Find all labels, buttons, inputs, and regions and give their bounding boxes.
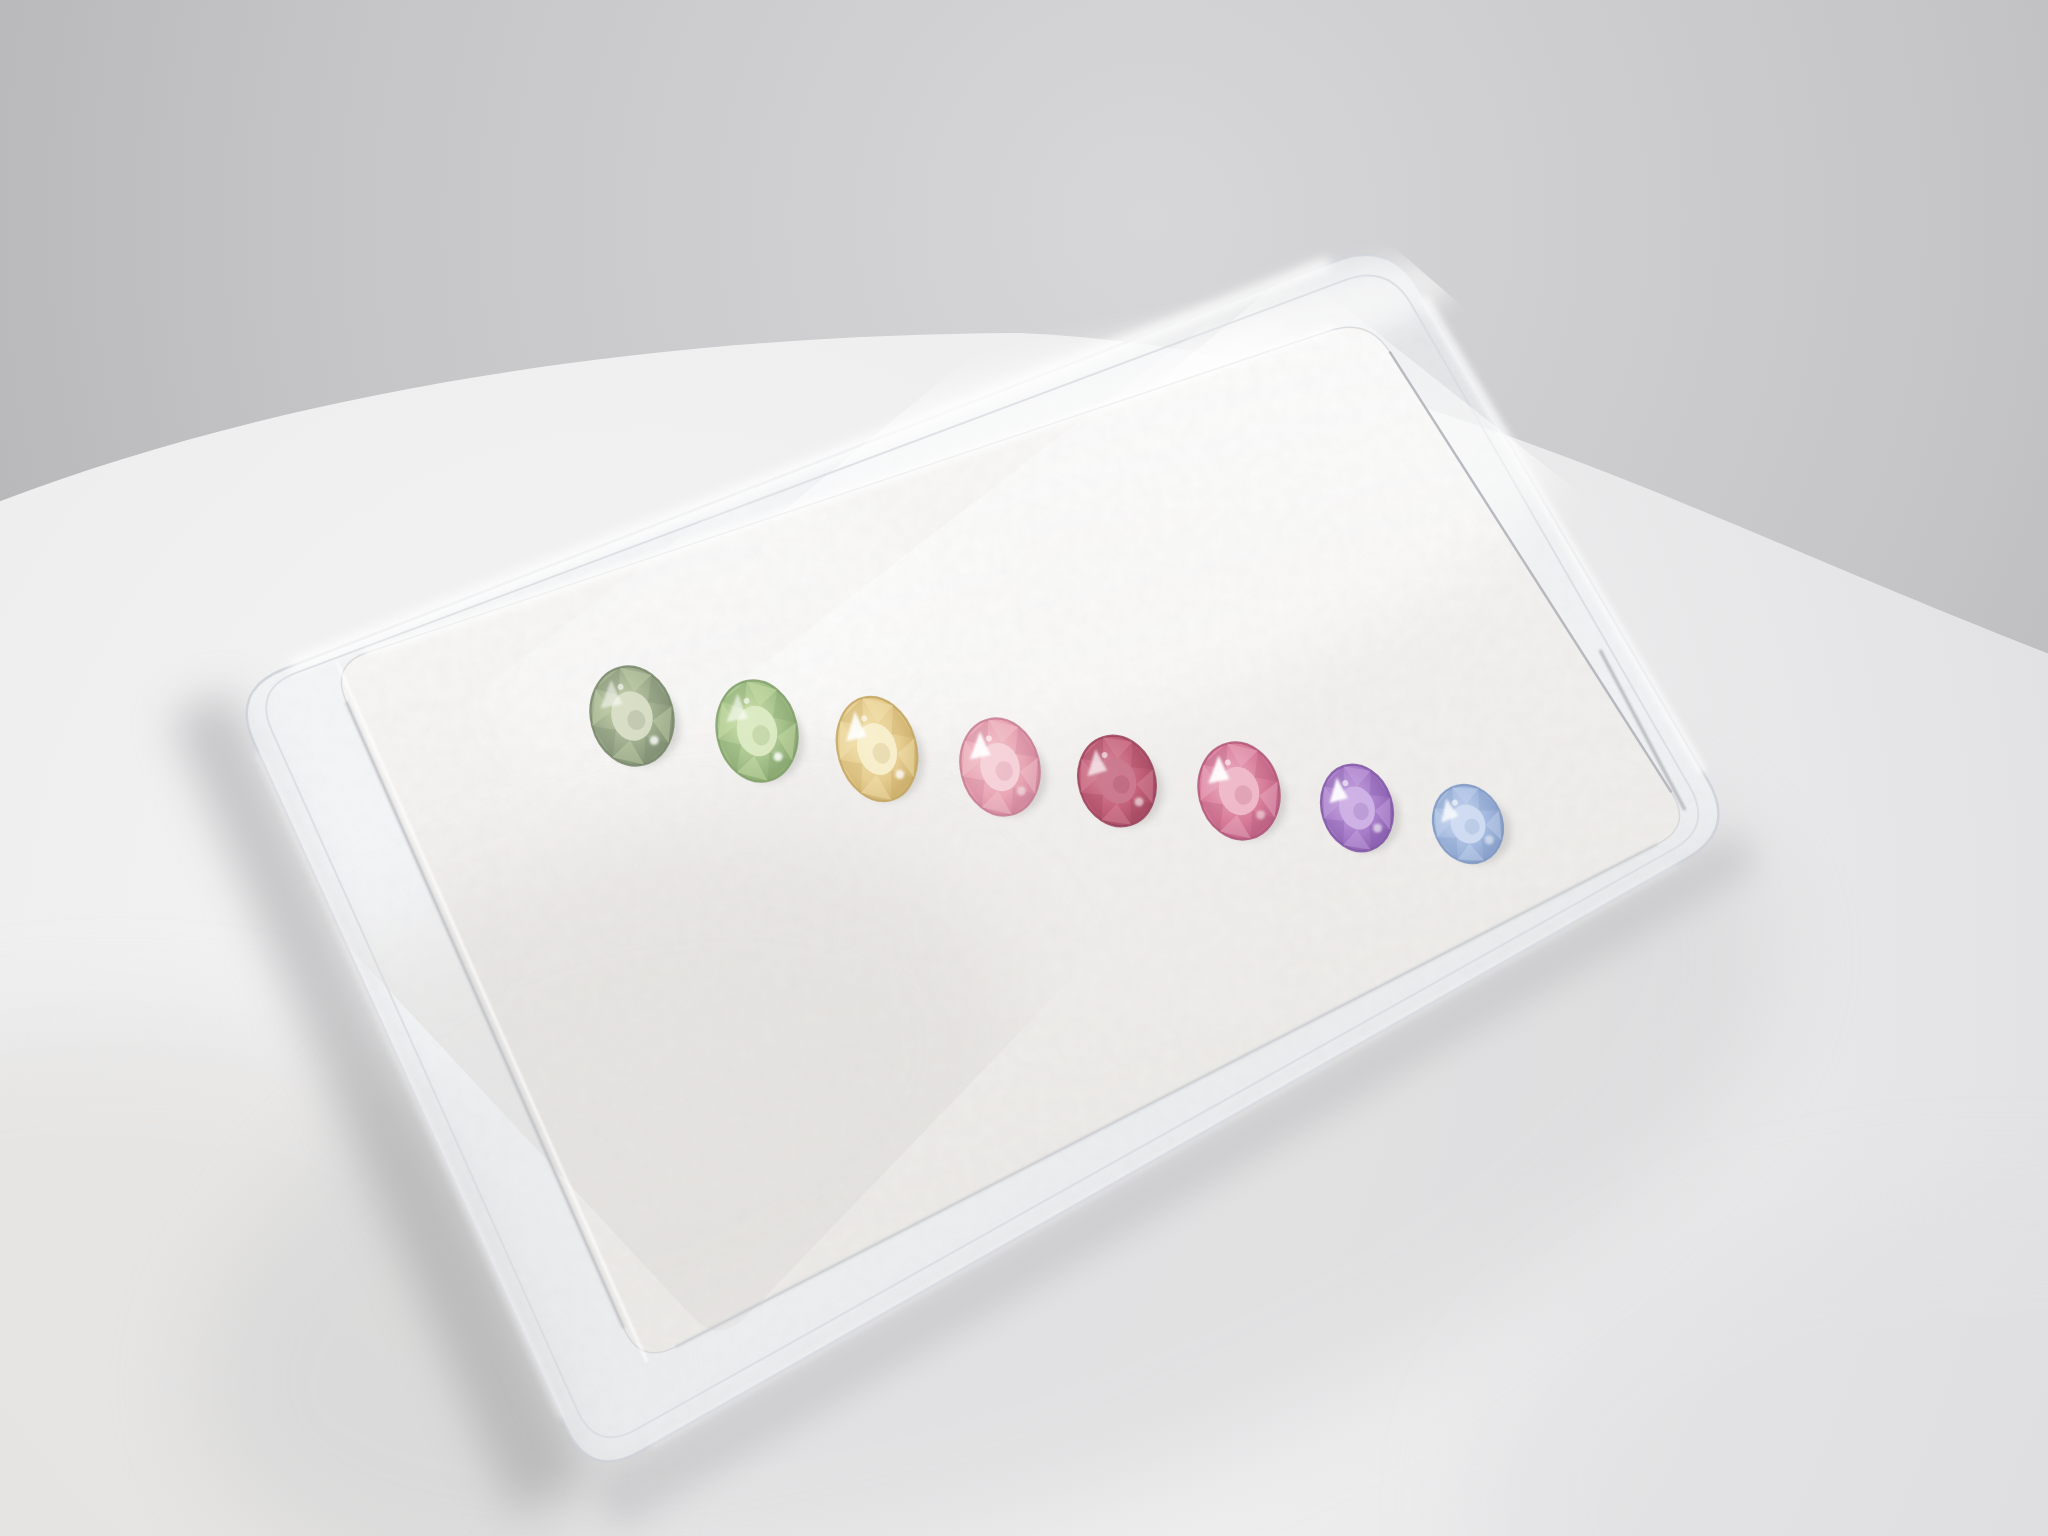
photo-canvas [0, 0, 2048, 1536]
gemstone-display-photo [0, 0, 2048, 1536]
